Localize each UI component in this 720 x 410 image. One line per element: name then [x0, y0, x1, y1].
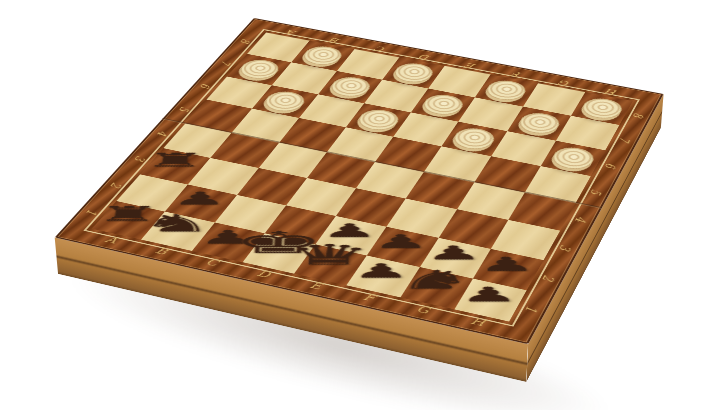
square-e1[interactable]: [294, 244, 367, 285]
square-g2[interactable]: [420, 237, 491, 278]
square-a1[interactable]: [92, 201, 165, 240]
square-f2[interactable]: [367, 227, 438, 267]
square-h1[interactable]: [454, 278, 527, 321]
square-c3[interactable]: [237, 168, 307, 205]
square-b1[interactable]: [141, 212, 214, 251]
square-d1[interactable]: [242, 233, 315, 274]
square-d2[interactable]: [265, 205, 336, 244]
square-h4[interactable]: [508, 192, 576, 230]
square-a2[interactable]: [117, 174, 189, 211]
square-f4[interactable]: [406, 172, 474, 209]
square-c2[interactable]: [215, 195, 287, 234]
rook-glyph: ♜: [143, 151, 207, 170]
square-g4[interactable]: [457, 182, 525, 220]
square-g3[interactable]: [438, 209, 508, 248]
square-d3[interactable]: [286, 178, 356, 216]
square-e3[interactable]: [336, 188, 406, 226]
chess-piece-rook-a3[interactable]: ♜: [113, 151, 236, 170]
square-h3[interactable]: [491, 220, 560, 260]
square-h2[interactable]: [473, 249, 544, 291]
square-e2[interactable]: [315, 216, 386, 256]
square-g1[interactable]: [400, 267, 473, 310]
product-photo-stage: ABCDEFGH ABCDEFGH 12345678 12345678 ♜♞♟♚…: [0, 0, 720, 410]
square-f1[interactable]: [347, 255, 420, 297]
square-c1[interactable]: [191, 222, 264, 262]
square-f3[interactable]: [387, 199, 457, 238]
square-e4[interactable]: [356, 162, 424, 199]
